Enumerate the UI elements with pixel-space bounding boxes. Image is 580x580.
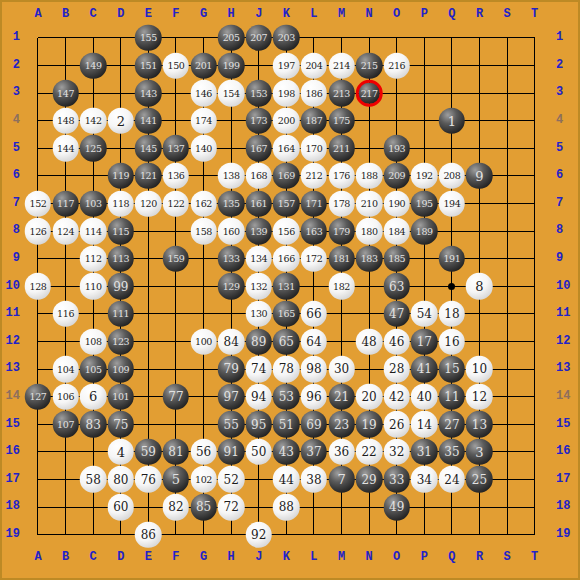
move-number: 34 <box>417 473 432 485</box>
intersection-M17: 7 <box>328 466 356 494</box>
move-number: 134 <box>250 254 267 264</box>
stone-208: 208 <box>439 163 466 190</box>
stone-209: 209 <box>383 163 410 190</box>
col-label-B: B <box>52 4 80 24</box>
intersection-R14: 12 <box>466 383 494 411</box>
intersection-S8 <box>493 217 521 245</box>
move-number: 9 <box>475 169 483 182</box>
stone-169: 169 <box>273 163 300 190</box>
move-number: 96 <box>306 391 321 403</box>
intersection-G15 <box>190 411 218 439</box>
intersection-A4 <box>24 107 52 135</box>
intersection-N4 <box>355 107 383 135</box>
stone-189: 189 <box>411 218 438 245</box>
intersection-G1 <box>190 24 218 52</box>
intersection-R2 <box>466 52 494 80</box>
intersection-N17: 29 <box>355 466 383 494</box>
row-label-13: 13 <box>2 355 24 383</box>
move-number: 154 <box>223 88 240 98</box>
stone-116: 116 <box>52 301 79 328</box>
move-number: 107 <box>57 420 74 430</box>
intersection-F13 <box>162 355 190 383</box>
intersection-O14: 42 <box>383 383 411 411</box>
col-label-K: K <box>273 547 301 567</box>
intersection-M2: 214 <box>328 52 356 80</box>
stone-171: 171 <box>301 190 328 217</box>
intersection-D17: 80 <box>107 466 135 494</box>
move-number: 88 <box>279 501 294 513</box>
stone-212: 212 <box>301 163 328 190</box>
intersection-A14: 127 <box>24 383 52 411</box>
move-number: 65 <box>279 336 294 348</box>
move-number: 63 <box>389 280 404 292</box>
move-number: 83 <box>86 418 101 430</box>
move-number: 114 <box>85 226 102 236</box>
intersection-G7: 162 <box>190 190 218 218</box>
move-number: 145 <box>140 144 157 154</box>
intersection-J17 <box>245 466 273 494</box>
stone-132: 132 <box>245 273 272 300</box>
stone-37: 37 <box>301 439 328 466</box>
stone-105: 105 <box>80 356 107 383</box>
intersection-D16: 4 <box>107 438 135 466</box>
go-board: ABCDEFGHJKLMNOPQRST ABCDEFGHJKLMNOPQRST … <box>0 0 580 580</box>
intersection-F2: 150 <box>162 52 190 80</box>
stone-107: 107 <box>52 411 79 438</box>
intersection-K11: 165 <box>273 300 301 328</box>
intersection-K15: 51 <box>273 411 301 439</box>
intersection-E12 <box>135 328 163 356</box>
row-label-3: 3 <box>2 79 24 107</box>
intersection-J2 <box>245 52 273 80</box>
intersection-P2 <box>411 52 439 80</box>
stone-155: 155 <box>135 25 162 52</box>
move-number: 167 <box>250 144 267 154</box>
intersection-H15: 55 <box>217 411 245 439</box>
stone-168: 168 <box>245 163 272 190</box>
intersection-H10: 129 <box>217 273 245 301</box>
move-number: 178 <box>333 199 350 209</box>
move-number: 60 <box>113 501 128 513</box>
intersection-B13: 104 <box>52 355 80 383</box>
intersection-J13: 74 <box>245 355 273 383</box>
move-number: 124 <box>57 226 74 236</box>
intersection-H13: 79 <box>217 355 245 383</box>
stone-133: 133 <box>218 245 245 272</box>
move-number: 161 <box>250 199 267 209</box>
row-label-1: 1 <box>2 24 24 52</box>
move-number: 19 <box>361 418 376 430</box>
column-labels-top: ABCDEFGHJKLMNOPQRST <box>24 4 548 24</box>
move-number: 23 <box>334 418 349 430</box>
stone-36: 36 <box>328 439 355 466</box>
col-label-D: D <box>107 547 135 567</box>
stone-128: 128 <box>25 273 52 300</box>
stone-26: 26 <box>383 411 410 438</box>
intersection-K10: 131 <box>273 273 301 301</box>
intersection-F18: 82 <box>162 493 190 521</box>
intersection-A2 <box>24 52 52 80</box>
col-label-C: C <box>79 4 107 24</box>
col-label-S: S <box>493 547 521 567</box>
intersection-D7: 118 <box>107 190 135 218</box>
intersection-D2 <box>107 52 135 80</box>
row-label-18: 18 <box>552 493 574 521</box>
intersection-P13: 41 <box>411 355 439 383</box>
intersection-G14 <box>190 383 218 411</box>
stone-1: 1 <box>439 108 466 135</box>
move-number: 143 <box>140 88 157 98</box>
move-number: 188 <box>361 171 378 181</box>
intersection-D8: 115 <box>107 217 135 245</box>
move-number: 42 <box>389 391 404 403</box>
intersection-C13: 105 <box>79 355 107 383</box>
stone-182: 182 <box>328 273 355 300</box>
move-number: 192 <box>416 171 433 181</box>
intersection-L9: 172 <box>300 245 328 273</box>
move-number: 46 <box>389 336 404 348</box>
intersection-K17: 44 <box>273 466 301 494</box>
intersection-P8: 189 <box>411 217 439 245</box>
move-number: 102 <box>195 475 212 485</box>
intersection-M5: 211 <box>328 135 356 163</box>
intersection-P17: 34 <box>411 466 439 494</box>
move-number: 193 <box>388 144 405 154</box>
stone-9: 9 <box>466 163 493 190</box>
stone-77: 77 <box>163 383 190 410</box>
intersection-A3 <box>24 79 52 107</box>
move-number: 10 <box>472 363 487 375</box>
move-number: 22 <box>361 446 376 458</box>
stone-130: 130 <box>245 301 272 328</box>
move-number: 79 <box>224 363 239 375</box>
intersection-L11: 66 <box>300 300 328 328</box>
intersection-N11 <box>355 300 383 328</box>
move-number: 153 <box>250 88 267 98</box>
stone-49: 49 <box>383 494 410 521</box>
intersection-J5: 167 <box>245 135 273 163</box>
row-label-17: 17 <box>552 466 574 494</box>
intersection-C2: 149 <box>79 52 107 80</box>
row-label-18: 18 <box>2 493 24 521</box>
stone-154: 154 <box>218 80 245 107</box>
intersection-C19 <box>79 521 107 549</box>
col-label-L: L <box>300 4 328 24</box>
move-number: 40 <box>417 391 432 403</box>
row-label-8: 8 <box>2 217 24 245</box>
move-number: 121 <box>140 171 157 181</box>
row-label-8: 8 <box>552 217 574 245</box>
intersection-M10: 182 <box>328 273 356 301</box>
stone-109: 109 <box>108 356 135 383</box>
intersection-P14: 40 <box>411 383 439 411</box>
intersection-A11 <box>24 300 52 328</box>
intersection-M15: 23 <box>328 411 356 439</box>
intersection-A16 <box>24 438 52 466</box>
row-label-12: 12 <box>552 328 574 356</box>
stone-3: 3 <box>466 439 493 466</box>
move-number: 113 <box>112 254 129 264</box>
intersection-H11 <box>217 300 245 328</box>
move-number: 174 <box>195 116 212 126</box>
intersection-O2: 216 <box>383 52 411 80</box>
move-number: 185 <box>388 254 405 264</box>
move-number: 117 <box>57 199 74 209</box>
row-label-2: 2 <box>552 52 574 80</box>
move-number: 169 <box>278 171 295 181</box>
intersection-M1 <box>328 24 356 52</box>
move-number: 12 <box>472 391 487 403</box>
intersection-T15 <box>521 411 549 439</box>
stone-144: 144 <box>52 135 79 162</box>
move-number: 129 <box>223 282 240 292</box>
stone-179: 179 <box>328 218 355 245</box>
stone-211: 211 <box>328 135 355 162</box>
intersection-T14 <box>521 383 549 411</box>
intersection-F6: 136 <box>162 162 190 190</box>
intersection-P11: 54 <box>411 300 439 328</box>
intersection-H5 <box>217 135 245 163</box>
intersection-T9 <box>521 245 549 273</box>
stone-81: 81 <box>163 439 190 466</box>
stone-46: 46 <box>383 328 410 355</box>
intersection-D5 <box>107 135 135 163</box>
stone-29: 29 <box>356 466 383 493</box>
move-number: 47 <box>389 308 404 320</box>
intersection-D4: 2 <box>107 107 135 135</box>
move-number: 30 <box>334 363 349 375</box>
stone-52: 52 <box>218 466 245 493</box>
intersection-F5: 137 <box>162 135 190 163</box>
column-labels-bottom: ABCDEFGHJKLMNOPQRST <box>24 547 548 567</box>
stone-115: 115 <box>108 218 135 245</box>
intersection-G19 <box>190 521 218 549</box>
intersection-F14: 77 <box>162 383 190 411</box>
intersection-J4: 173 <box>245 107 273 135</box>
intersection-B3: 147 <box>52 79 80 107</box>
col-label-J: J <box>245 4 273 24</box>
intersection-Q4: 1 <box>438 107 466 135</box>
stone-201: 201 <box>190 52 217 79</box>
intersection-G17: 102 <box>190 466 218 494</box>
intersection-B5: 144 <box>52 135 80 163</box>
stone-159: 159 <box>163 245 190 272</box>
move-number: 147 <box>57 88 74 98</box>
stone-205: 205 <box>218 25 245 52</box>
intersection-S18 <box>493 493 521 521</box>
stone-142: 142 <box>80 108 107 135</box>
intersection-R5 <box>466 135 494 163</box>
move-number: 16 <box>444 336 459 348</box>
row-label-15: 15 <box>552 411 574 439</box>
stone-92: 92 <box>245 521 272 548</box>
stone-44: 44 <box>273 466 300 493</box>
move-number: 49 <box>389 501 404 513</box>
stone-47: 47 <box>383 301 410 328</box>
stone-164: 164 <box>273 135 300 162</box>
intersection-L13: 98 <box>300 355 328 383</box>
intersection-S5 <box>493 135 521 163</box>
stone-97: 97 <box>218 383 245 410</box>
stone-210: 210 <box>356 190 383 217</box>
move-number: 48 <box>361 336 376 348</box>
intersection-O16: 32 <box>383 438 411 466</box>
intersection-H6: 138 <box>217 162 245 190</box>
intersection-P1 <box>411 24 439 52</box>
intersection-A9 <box>24 245 52 273</box>
move-number: 4 <box>117 445 125 458</box>
intersection-G18: 85 <box>190 493 218 521</box>
intersection-S6 <box>493 162 521 190</box>
move-number: 166 <box>278 254 295 264</box>
intersection-K4: 200 <box>273 107 301 135</box>
move-number: 36 <box>334 446 349 458</box>
move-number: 81 <box>168 446 183 458</box>
move-number: 208 <box>443 171 460 181</box>
move-number: 203 <box>278 33 295 43</box>
move-number: 25 <box>472 473 487 485</box>
move-number: 6 <box>89 390 97 403</box>
intersection-M8: 179 <box>328 217 356 245</box>
stone-51: 51 <box>273 411 300 438</box>
intersection-B11: 116 <box>52 300 80 328</box>
intersection-N15: 19 <box>355 411 383 439</box>
move-number: 109 <box>112 364 129 374</box>
move-number: 97 <box>224 391 239 403</box>
intersection-R13: 10 <box>466 355 494 383</box>
intersection-Q3 <box>438 79 466 107</box>
move-number: 197 <box>278 61 295 71</box>
intersection-O4 <box>383 107 411 135</box>
stone-86: 86 <box>135 521 162 548</box>
stone-15: 15 <box>439 356 466 383</box>
stone-111: 111 <box>108 301 135 328</box>
intersection-C3 <box>79 79 107 107</box>
row-label-2: 2 <box>2 52 24 80</box>
intersection-H8: 160 <box>217 217 245 245</box>
move-number: 55 <box>224 418 239 430</box>
move-number: 116 <box>57 309 74 319</box>
stone-28: 28 <box>383 356 410 383</box>
stone-120: 120 <box>135 190 162 217</box>
move-number: 180 <box>361 226 378 236</box>
move-number: 5 <box>172 473 180 486</box>
intersection-A8: 126 <box>24 217 52 245</box>
intersection-L17: 38 <box>300 466 328 494</box>
stone-34: 34 <box>411 466 438 493</box>
stone-161: 161 <box>245 190 272 217</box>
move-number: 80 <box>113 473 128 485</box>
intersection-F15 <box>162 411 190 439</box>
row-labels-right: 12345678910111213141516171819 <box>552 24 574 548</box>
col-label-T: T <box>521 4 549 24</box>
board-grid: 1552052072031491511502011991972042142152… <box>24 24 548 548</box>
stone-216: 216 <box>383 52 410 79</box>
intersection-F10 <box>162 273 190 301</box>
intersection-E8 <box>135 217 163 245</box>
intersection-K13: 78 <box>273 355 301 383</box>
move-number: 115 <box>112 226 129 236</box>
move-number: 20 <box>361 391 376 403</box>
intersection-T1 <box>521 24 549 52</box>
intersection-Q17: 24 <box>438 466 466 494</box>
move-number: 158 <box>195 226 212 236</box>
move-number: 156 <box>278 226 295 236</box>
stone-108: 108 <box>80 328 107 355</box>
move-number: 78 <box>279 363 294 375</box>
intersection-L5: 170 <box>300 135 328 163</box>
intersection-L2: 204 <box>300 52 328 80</box>
stone-13: 13 <box>466 411 493 438</box>
stone-195: 195 <box>411 190 438 217</box>
intersection-A5 <box>24 135 52 163</box>
intersection-L7: 171 <box>300 190 328 218</box>
intersection-S11 <box>493 300 521 328</box>
intersection-K14: 53 <box>273 383 301 411</box>
stone-20: 20 <box>356 383 383 410</box>
stone-191: 191 <box>439 245 466 272</box>
intersection-Q15: 27 <box>438 411 466 439</box>
move-number: 132 <box>250 282 267 292</box>
intersection-M19 <box>328 521 356 549</box>
stone-125: 125 <box>80 135 107 162</box>
stone-194: 194 <box>439 190 466 217</box>
intersection-O9: 185 <box>383 245 411 273</box>
move-number: 211 <box>333 144 350 154</box>
stone-96: 96 <box>301 383 328 410</box>
intersection-F19 <box>162 521 190 549</box>
move-number: 32 <box>389 446 404 458</box>
move-number: 160 <box>223 226 240 236</box>
intersection-P5 <box>411 135 439 163</box>
intersection-E5: 145 <box>135 135 163 163</box>
stone-74: 74 <box>245 356 272 383</box>
move-number: 111 <box>112 309 129 319</box>
intersection-J8: 139 <box>245 217 273 245</box>
move-number: 176 <box>333 171 350 181</box>
col-label-M: M <box>328 4 356 24</box>
move-number: 136 <box>167 171 184 181</box>
intersection-F4 <box>162 107 190 135</box>
intersection-O5: 193 <box>383 135 411 163</box>
move-number: 183 <box>361 254 378 264</box>
intersection-P10 <box>411 273 439 301</box>
intersection-O3 <box>383 79 411 107</box>
move-number: 199 <box>223 61 240 71</box>
intersection-T4 <box>521 107 549 135</box>
row-label-7: 7 <box>2 190 24 218</box>
intersection-T2 <box>521 52 549 80</box>
intersection-D3 <box>107 79 135 107</box>
stone-145: 145 <box>135 135 162 162</box>
intersection-Q8 <box>438 217 466 245</box>
stone-53: 53 <box>273 383 300 410</box>
stone-31: 31 <box>411 439 438 466</box>
col-label-O: O <box>383 4 411 24</box>
stone-131: 131 <box>273 273 300 300</box>
move-number: 33 <box>389 473 404 485</box>
move-number: 190 <box>388 199 405 209</box>
intersection-G8: 158 <box>190 217 218 245</box>
intersection-J15: 95 <box>245 411 273 439</box>
intersection-H9: 133 <box>217 245 245 273</box>
intersection-G12: 100 <box>190 328 218 356</box>
col-label-G: G <box>190 4 218 24</box>
intersection-S7 <box>493 190 521 218</box>
move-number: 182 <box>333 282 350 292</box>
intersection-E1: 155 <box>135 24 163 52</box>
intersection-A19 <box>24 521 52 549</box>
